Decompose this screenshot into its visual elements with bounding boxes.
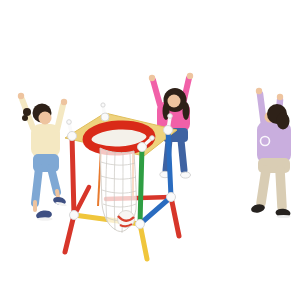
leg-center-yellow bbox=[140, 224, 147, 259]
connector-stub-back bbox=[101, 103, 105, 107]
post-right-blue bbox=[168, 130, 171, 197]
connector-bottom-right bbox=[167, 193, 176, 202]
girl-middle-arm-left bbox=[153, 80, 160, 105]
child-right-hair-back bbox=[277, 113, 290, 130]
connector-top-right bbox=[164, 126, 173, 135]
child-right-leg-right bbox=[280, 170, 282, 207]
child-right bbox=[250, 88, 291, 218]
play-structure bbox=[65, 103, 179, 259]
girl-left-hair-bunch-1 bbox=[23, 108, 31, 116]
girl-middle-face bbox=[168, 95, 181, 108]
girl-left-face bbox=[39, 112, 52, 125]
connector-top-back bbox=[101, 113, 109, 121]
post-front-green bbox=[140, 147, 142, 224]
connector-stub-front bbox=[150, 136, 155, 141]
girl-left-hair-bunch-2 bbox=[22, 115, 28, 121]
connector-top-front bbox=[138, 143, 147, 152]
product-photo bbox=[0, 0, 300, 300]
girl-middle-hand-left bbox=[149, 75, 155, 81]
girl-left-hand-right bbox=[61, 99, 67, 105]
child-right-leg-left bbox=[261, 170, 266, 203]
connector-stub-right bbox=[168, 114, 173, 119]
connector-top-left bbox=[68, 132, 77, 141]
girl-left bbox=[18, 93, 67, 221]
girl-left-leg-left bbox=[35, 168, 39, 203]
girl-middle-hair-strand-right bbox=[183, 102, 190, 120]
child-right-hand-left bbox=[256, 88, 262, 94]
girl-left-ankle-right bbox=[57, 191, 58, 197]
child-right-shoe-right-sole bbox=[277, 215, 291, 218]
leg-right-red bbox=[171, 197, 179, 236]
connector-bottom-left bbox=[70, 211, 79, 220]
girl-left-shoe-front-sole bbox=[37, 217, 52, 221]
girl-middle-leg-right bbox=[181, 140, 184, 170]
girl-left-hand-left bbox=[18, 93, 24, 99]
scene-illustration bbox=[0, 0, 300, 300]
girl-left-arm-right bbox=[57, 105, 63, 130]
post-left-red bbox=[72, 136, 74, 215]
toy-ball bbox=[118, 211, 135, 228]
back-left-brace-red bbox=[75, 187, 89, 214]
child-right-arm-left bbox=[260, 94, 264, 125]
bottom-right-bar-blue bbox=[140, 197, 171, 224]
leg-left-red bbox=[65, 215, 74, 252]
child-right-hand-right bbox=[277, 94, 283, 100]
connector-bottom-front bbox=[136, 220, 145, 229]
girl-middle-shoe-right bbox=[181, 172, 191, 178]
connector-stub-left bbox=[67, 120, 72, 125]
girl-left-leg-right bbox=[51, 168, 57, 192]
girl-middle-hand-right bbox=[187, 73, 193, 79]
